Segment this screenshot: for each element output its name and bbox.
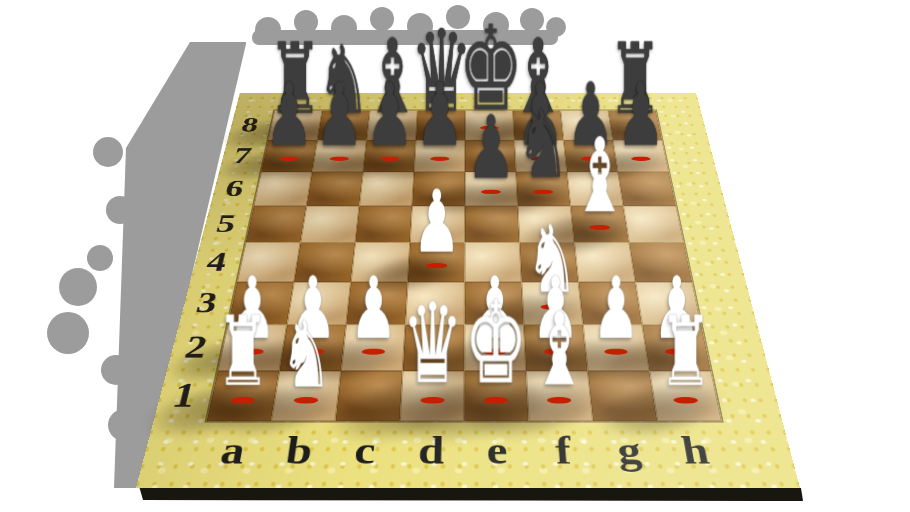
square-b5[interactable] [300,206,359,243]
white-bishop[interactable]: ♝ [519,299,600,399]
chessboard: 87654321abcdefgh♜♞♝♛♚♝♜♟♟♟♟♟♟♟♟♞♝♟♞♟♟♟♟♟… [136,93,800,488]
white-knight[interactable]: ♞ [266,308,347,400]
white-rook[interactable]: ♜ [645,304,726,400]
page-background: { "game": "chess", "scene_description": … [0,0,910,512]
chessboard-3d-scene: 87654321abcdefgh♜♞♝♛♚♝♜♟♟♟♟♟♟♟♟♞♝♟♞♟♟♟♟♟… [136,24,800,488]
rank-label-5: 5 [201,206,251,243]
board-edge-thickness [139,486,803,501]
white-pawn[interactable]: ♟ [401,179,472,265]
square-a5[interactable] [246,206,307,243]
